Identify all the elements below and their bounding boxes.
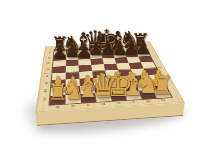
- rank-label: 6: [47, 62, 50, 64]
- piece-white-rook[interactable]: ♜: [151, 72, 174, 98]
- piece-black-pawn[interactable]: ♟: [52, 42, 68, 60]
- piece-black-pawn[interactable]: ♟: [134, 37, 152, 57]
- piece-black-pawn[interactable]: ♟: [76, 41, 92, 59]
- pieces-layer: ♜♞♝♛♚♝♞♜♟♟♟♟♟♟♟♟♟♟♟♟♟♟♟♟♜♞♝♛♚♝♞♜: [0, 0, 221, 167]
- rank-label: 5: [46, 68, 50, 71]
- rank-label: 7: [47, 57, 50, 59]
- rank-label: 1: [42, 98, 46, 102]
- piece-black-pawn[interactable]: ♟: [111, 39, 128, 58]
- piece-white-rook[interactable]: ♜: [47, 80, 68, 103]
- product-photo: 87654321 abcdefgh ♜♞♝♛♚♝♞♜♟♟♟♟♟♟♟♟♟♟♟♟♟♟…: [0, 0, 221, 167]
